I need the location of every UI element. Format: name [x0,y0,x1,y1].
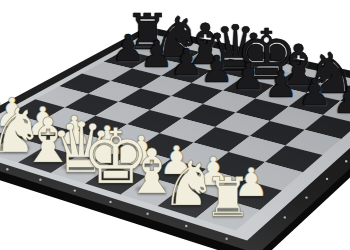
screw-dot [345,160,347,162]
screw-dot [39,179,41,181]
board-sheen-overlay [0,26,350,250]
screw-dot [185,225,187,227]
chess-set-photo: chess ♜♞♝♛♚♝♞♜♟♟♟♟♟♟♟♟♟♟♟♟♟♟♟♟♜♞♝♛♚♝♞♜ [0,0,350,250]
screw-dot [146,213,148,215]
screw-dot [326,178,328,180]
chess-board [0,0,350,250]
screw-dot [74,189,76,191]
screw-dot [305,196,307,198]
screw-dot [6,168,8,170]
screw-dot [109,201,111,203]
screw-dot [225,238,227,240]
screw-dot [284,216,286,218]
